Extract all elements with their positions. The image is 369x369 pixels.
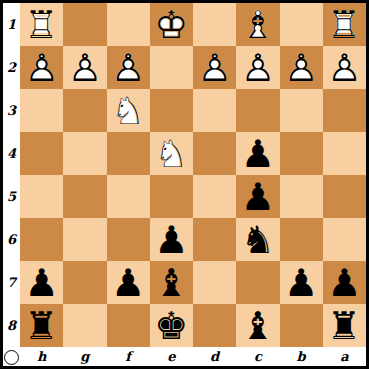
piece-black-knight: ♞: [241, 221, 275, 259]
square-b5[interactable]: [280, 175, 323, 218]
piece-black-bishop: ♝: [154, 264, 188, 302]
square-g5[interactable]: [63, 175, 106, 218]
rank-labels: 1 2 3 4 5 6 7 8: [3, 3, 20, 347]
rank-label-1: 1: [3, 3, 20, 46]
square-d3[interactable]: [193, 89, 236, 132]
piece-black-rook: ♜: [327, 307, 361, 345]
file-label-b: b: [280, 347, 323, 366]
square-h2[interactable]: ♟♙: [20, 46, 63, 89]
square-h7[interactable]: ♟: [20, 261, 63, 304]
square-f4[interactable]: [107, 132, 150, 175]
square-b1[interactable]: [280, 3, 323, 46]
square-f1[interactable]: [107, 3, 150, 46]
rank-label-8: 8: [3, 304, 20, 347]
rank-label-7: 7: [3, 261, 20, 304]
square-h8[interactable]: ♜: [20, 304, 63, 347]
square-a6[interactable]: [323, 218, 366, 261]
square-e1[interactable]: ♚♔: [150, 3, 193, 46]
file-label-h: h: [20, 347, 63, 366]
rank-label-3: 3: [3, 89, 20, 132]
square-a3[interactable]: [323, 89, 366, 132]
piece-white-knight: ♞♘: [154, 135, 188, 173]
square-c5[interactable]: ♟: [236, 175, 279, 218]
piece-white-rook: ♜♖: [327, 6, 361, 44]
square-d5[interactable]: [193, 175, 236, 218]
piece-white-pawn: ♟♙: [68, 49, 102, 87]
square-h4[interactable]: [20, 132, 63, 175]
square-e3[interactable]: [150, 89, 193, 132]
square-e8[interactable]: ♚: [150, 304, 193, 347]
square-h6[interactable]: [20, 218, 63, 261]
piece-white-pawn: ♟♙: [198, 49, 232, 87]
square-c4[interactable]: ♟: [236, 132, 279, 175]
square-f3[interactable]: ♞♘: [107, 89, 150, 132]
square-a4[interactable]: [323, 132, 366, 175]
piece-black-rook: ♜: [25, 307, 59, 345]
file-label-f: f: [107, 347, 150, 366]
square-g1[interactable]: [63, 3, 106, 46]
square-a8[interactable]: ♜: [323, 304, 366, 347]
square-g2[interactable]: ♟♙: [63, 46, 106, 89]
square-g8[interactable]: [63, 304, 106, 347]
file-label-d: d: [193, 347, 236, 366]
square-d6[interactable]: [193, 218, 236, 261]
square-f8[interactable]: [107, 304, 150, 347]
square-b8[interactable]: [280, 304, 323, 347]
square-f6[interactable]: [107, 218, 150, 261]
square-a5[interactable]: [323, 175, 366, 218]
square-g6[interactable]: [63, 218, 106, 261]
rank-label-4: 4: [3, 132, 20, 175]
square-g3[interactable]: [63, 89, 106, 132]
square-e5[interactable]: [150, 175, 193, 218]
piece-white-pawn: ♟♙: [327, 49, 361, 87]
square-c6[interactable]: ♞: [236, 218, 279, 261]
square-c8[interactable]: ♝: [236, 304, 279, 347]
rank-label-5: 5: [3, 175, 20, 218]
piece-white-pawn: ♟♙: [25, 49, 59, 87]
square-b4[interactable]: [280, 132, 323, 175]
chess-diagram: 1 2 3 4 5 6 7 8 ♜♖♚♔♝♗♜♖♟♙♟♙♟♙♟♙♟♙♟♙♟♙♞♘…: [0, 0, 369, 369]
square-f7[interactable]: ♟: [107, 261, 150, 304]
file-label-g: g: [63, 347, 106, 366]
square-f5[interactable]: [107, 175, 150, 218]
piece-white-king: ♚♔: [154, 6, 188, 44]
square-h5[interactable]: [20, 175, 63, 218]
square-c3[interactable]: [236, 89, 279, 132]
square-a2[interactable]: ♟♙: [323, 46, 366, 89]
square-a1[interactable]: ♜♖: [323, 3, 366, 46]
square-d1[interactable]: [193, 3, 236, 46]
rank-label-2: 2: [3, 46, 20, 89]
square-e2[interactable]: [150, 46, 193, 89]
piece-black-bishop: ♝: [241, 307, 275, 345]
file-labels: h g f e d c b a: [20, 347, 366, 366]
file-label-a: a: [323, 347, 366, 366]
piece-black-pawn: ♟: [284, 264, 318, 302]
square-e6[interactable]: ♟: [150, 218, 193, 261]
square-g7[interactable]: [63, 261, 106, 304]
square-f2[interactable]: ♟♙: [107, 46, 150, 89]
board: ♜♖♚♔♝♗♜♖♟♙♟♙♟♙♟♙♟♙♟♙♟♙♞♘♞♘♟♟♟♞♟♟♝♟♟♜♚♝♜: [20, 3, 366, 347]
piece-black-pawn: ♟: [241, 178, 275, 216]
piece-black-pawn: ♟: [111, 264, 145, 302]
square-h1[interactable]: ♜♖: [20, 3, 63, 46]
square-d4[interactable]: [193, 132, 236, 175]
rank-label-6: 6: [3, 218, 20, 261]
square-d2[interactable]: ♟♙: [193, 46, 236, 89]
square-b7[interactable]: ♟: [280, 261, 323, 304]
piece-white-knight: ♞♘: [111, 92, 145, 130]
piece-white-pawn: ♟♙: [284, 49, 318, 87]
square-e4[interactable]: ♞♘: [150, 132, 193, 175]
piece-black-pawn: ♟: [241, 135, 275, 173]
square-a7[interactable]: ♟: [323, 261, 366, 304]
piece-black-pawn: ♟: [327, 264, 361, 302]
piece-white-pawn: ♟♙: [241, 49, 275, 87]
square-c7[interactable]: [236, 261, 279, 304]
square-d8[interactable]: [193, 304, 236, 347]
square-c1[interactable]: ♝♗: [236, 3, 279, 46]
square-h3[interactable]: [20, 89, 63, 132]
piece-white-pawn: ♟♙: [111, 49, 145, 87]
file-label-c: c: [236, 347, 279, 366]
piece-black-pawn: ♟: [154, 221, 188, 259]
piece-white-rook: ♜♖: [25, 6, 59, 44]
side-to-move-indicator: [4, 350, 19, 365]
square-b3[interactable]: [280, 89, 323, 132]
file-label-e: e: [150, 347, 193, 366]
piece-white-bishop: ♝♗: [241, 6, 275, 44]
square-b2[interactable]: ♟♙: [280, 46, 323, 89]
square-g4[interactable]: [63, 132, 106, 175]
square-e7[interactable]: ♝: [150, 261, 193, 304]
square-d7[interactable]: [193, 261, 236, 304]
square-b6[interactable]: [280, 218, 323, 261]
piece-black-pawn: ♟: [25, 264, 59, 302]
square-c2[interactable]: ♟♙: [236, 46, 279, 89]
piece-black-king: ♚: [154, 307, 188, 345]
